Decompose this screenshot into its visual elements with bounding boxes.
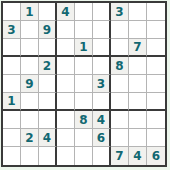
cell-r4c3[interactable]: 2 bbox=[39, 57, 57, 75]
cell-r3c5[interactable]: 1 bbox=[75, 39, 93, 57]
cell-r4c9[interactable] bbox=[147, 57, 165, 75]
cell-r6c4[interactable] bbox=[57, 93, 75, 111]
cell-r5c9[interactable] bbox=[147, 75, 165, 93]
cell-r7c7[interactable] bbox=[111, 111, 129, 129]
cell-r9c9[interactable]: 6 bbox=[147, 147, 165, 165]
cell-r8c3[interactable]: 4 bbox=[39, 129, 57, 147]
cell-r6c3[interactable] bbox=[39, 93, 57, 111]
cell-r6c5[interactable] bbox=[75, 93, 93, 111]
cell-r8c4[interactable] bbox=[57, 129, 75, 147]
cell-r9c4[interactable] bbox=[57, 147, 75, 165]
cell-r1c4[interactable]: 4 bbox=[57, 3, 75, 21]
cell-r4c6[interactable] bbox=[93, 57, 111, 75]
sudoku-board: 14339172893184246746 bbox=[1, 1, 167, 167]
cell-r5c8[interactable] bbox=[129, 75, 147, 93]
cell-r6c7[interactable] bbox=[111, 93, 129, 111]
cell-r8c2[interactable]: 2 bbox=[21, 129, 39, 147]
cell-r3c8[interactable]: 7 bbox=[129, 39, 147, 57]
cell-r9c1[interactable] bbox=[3, 147, 21, 165]
cell-r7c8[interactable] bbox=[129, 111, 147, 129]
cell-r1c1[interactable] bbox=[3, 3, 21, 21]
cell-r3c1[interactable] bbox=[3, 39, 21, 57]
cell-r4c2[interactable] bbox=[21, 57, 39, 75]
cell-r8c6[interactable]: 6 bbox=[93, 129, 111, 147]
cell-r2c3[interactable]: 9 bbox=[39, 21, 57, 39]
cell-r1c8[interactable] bbox=[129, 3, 147, 21]
cell-r5c2[interactable]: 9 bbox=[21, 75, 39, 93]
cell-r7c4[interactable] bbox=[57, 111, 75, 129]
cell-r8c7[interactable] bbox=[111, 129, 129, 147]
cell-r3c3[interactable] bbox=[39, 39, 57, 57]
cell-r9c2[interactable] bbox=[21, 147, 39, 165]
cell-r4c1[interactable] bbox=[3, 57, 21, 75]
cell-r7c2[interactable] bbox=[21, 111, 39, 129]
cell-r9c6[interactable] bbox=[93, 147, 111, 165]
cell-r2c5[interactable] bbox=[75, 21, 93, 39]
cell-r7c1[interactable] bbox=[3, 111, 21, 129]
cell-r1c3[interactable] bbox=[39, 3, 57, 21]
cell-r1c9[interactable] bbox=[147, 3, 165, 21]
cell-r2c7[interactable] bbox=[111, 21, 129, 39]
cell-r6c6[interactable] bbox=[93, 93, 111, 111]
cell-r2c8[interactable] bbox=[129, 21, 147, 39]
cell-r3c2[interactable] bbox=[21, 39, 39, 57]
cell-r1c2[interactable]: 1 bbox=[21, 3, 39, 21]
cell-r5c1[interactable] bbox=[3, 75, 21, 93]
cell-r3c6[interactable] bbox=[93, 39, 111, 57]
cell-r8c8[interactable] bbox=[129, 129, 147, 147]
cell-r9c7[interactable]: 7 bbox=[111, 147, 129, 165]
cell-r5c7[interactable] bbox=[111, 75, 129, 93]
cell-r7c9[interactable] bbox=[147, 111, 165, 129]
cell-r5c3[interactable] bbox=[39, 75, 57, 93]
cell-r2c6[interactable] bbox=[93, 21, 111, 39]
cell-r3c7[interactable] bbox=[111, 39, 129, 57]
cell-r2c1[interactable]: 3 bbox=[3, 21, 21, 39]
cell-r5c5[interactable] bbox=[75, 75, 93, 93]
cell-r9c8[interactable]: 4 bbox=[129, 147, 147, 165]
cell-r8c1[interactable] bbox=[3, 129, 21, 147]
cell-r6c1[interactable]: 1 bbox=[3, 93, 21, 111]
cell-r1c7[interactable]: 3 bbox=[111, 3, 129, 21]
cell-r9c5[interactable] bbox=[75, 147, 93, 165]
cell-r5c6[interactable]: 3 bbox=[93, 75, 111, 93]
cell-r3c4[interactable] bbox=[57, 39, 75, 57]
cell-r2c2[interactable] bbox=[21, 21, 39, 39]
cell-r8c5[interactable] bbox=[75, 129, 93, 147]
cell-r6c2[interactable] bbox=[21, 93, 39, 111]
cell-r8c9[interactable] bbox=[147, 129, 165, 147]
cell-r4c8[interactable] bbox=[129, 57, 147, 75]
cell-r6c8[interactable] bbox=[129, 93, 147, 111]
cell-r7c3[interactable] bbox=[39, 111, 57, 129]
cell-r7c5[interactable]: 8 bbox=[75, 111, 93, 129]
cell-r2c9[interactable] bbox=[147, 21, 165, 39]
cell-r6c9[interactable] bbox=[147, 93, 165, 111]
cell-r9c3[interactable] bbox=[39, 147, 57, 165]
cell-r4c7[interactable]: 8 bbox=[111, 57, 129, 75]
cell-r5c4[interactable] bbox=[57, 75, 75, 93]
cell-r7c6[interactable]: 4 bbox=[93, 111, 111, 129]
cell-r1c6[interactable] bbox=[93, 3, 111, 21]
cell-r4c4[interactable] bbox=[57, 57, 75, 75]
cell-r2c4[interactable] bbox=[57, 21, 75, 39]
cell-r4c5[interactable] bbox=[75, 57, 93, 75]
cell-r1c5[interactable] bbox=[75, 3, 93, 21]
cell-r3c9[interactable] bbox=[147, 39, 165, 57]
